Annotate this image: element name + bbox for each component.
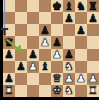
piece-white-pawn[interactable]: ♟ <box>52 49 62 60</box>
square-c1[interactable] <box>27 85 39 97</box>
square-d1[interactable] <box>39 85 51 97</box>
piece-black-pawn[interactable]: ♟ <box>88 12 98 23</box>
piece-white-pawn[interactable]: ♟ <box>64 73 74 84</box>
square-f7[interactable]: ♟ <box>63 12 75 24</box>
piece-black-pawn[interactable]: ♟ <box>40 24 50 35</box>
piece-white-pawn[interactable]: ♟ <box>40 36 50 47</box>
piece-black-bishop[interactable]: ♝ <box>40 61 50 72</box>
piece-black-pawn[interactable]: ♟ <box>28 49 38 60</box>
square-g8[interactable]: ♞ <box>75 0 87 12</box>
piece-white-knight[interactable]: ♞ <box>64 85 74 96</box>
square-f6[interactable] <box>63 24 75 36</box>
piece-black-rook[interactable]: ♜ <box>88 0 98 11</box>
square-d5[interactable]: ♟ <box>39 36 51 48</box>
square-a8[interactable] <box>3 0 15 12</box>
square-c6[interactable] <box>27 24 39 36</box>
piece-white-queen[interactable]: ♛ <box>52 73 62 84</box>
piece-black-pawn[interactable]: ♟ <box>64 49 74 60</box>
square-g4[interactable] <box>75 49 87 61</box>
piece-black-pawn[interactable]: ♟ <box>64 12 74 23</box>
piece-white-rook[interactable]: ♜ <box>4 85 14 96</box>
square-h7[interactable]: ♟ <box>87 12 99 24</box>
piece-white-knight[interactable]: ♞ <box>64 61 74 72</box>
square-e1[interactable]: ♚ <box>51 85 63 97</box>
piece-white-pawn[interactable]: ♟ <box>76 73 86 84</box>
square-d3[interactable]: ♝ <box>39 61 51 73</box>
square-h5[interactable] <box>87 36 99 48</box>
piece-black-pawn[interactable]: ♟ <box>16 61 26 72</box>
piece-black-pawn[interactable]: ♟ <box>4 73 14 84</box>
square-e4[interactable]: ♟ <box>51 49 63 61</box>
square-a1[interactable]: ♜ <box>3 85 15 97</box>
square-a7[interactable] <box>3 12 15 24</box>
square-b7[interactable] <box>15 12 27 24</box>
square-e8[interactable]: ♚ <box>51 0 63 12</box>
board-background: ♚♝♞♜♟♟♟♟♛♟♟♟♟♟♟♟♟♝♞♟♛♟♟♟♜♚♞♜ <box>0 0 99 100</box>
piece-black-queen[interactable]: ♛ <box>4 36 14 47</box>
square-b5[interactable] <box>15 36 27 48</box>
square-d2[interactable] <box>39 73 51 85</box>
square-b1[interactable] <box>15 85 27 97</box>
square-d8[interactable] <box>39 0 51 12</box>
square-g2[interactable]: ♟ <box>75 73 87 85</box>
piece-white-pawn[interactable]: ♟ <box>28 61 38 72</box>
square-f1[interactable]: ♞ <box>63 85 75 97</box>
piece-black-pawn[interactable]: ♟ <box>76 24 86 35</box>
square-b3[interactable]: ♟ <box>15 61 27 73</box>
square-b6[interactable] <box>15 24 27 36</box>
square-a4[interactable]: ♟ <box>3 49 15 61</box>
square-g1[interactable] <box>75 85 87 97</box>
square-b2[interactable] <box>15 73 27 85</box>
piece-black-bishop[interactable]: ♝ <box>64 0 74 11</box>
square-h6[interactable] <box>87 24 99 36</box>
square-c3[interactable]: ♟ <box>27 61 39 73</box>
piece-black-king[interactable]: ♚ <box>52 0 62 11</box>
square-c8[interactable] <box>27 0 39 12</box>
piece-white-king[interactable]: ♚ <box>52 85 62 96</box>
piece-white-rook[interactable]: ♜ <box>88 85 98 96</box>
square-h1[interactable]: ♜ <box>87 85 99 97</box>
piece-white-pawn[interactable]: ♟ <box>88 73 98 84</box>
square-b8[interactable] <box>15 0 27 12</box>
square-h4[interactable] <box>87 49 99 61</box>
square-c2[interactable] <box>27 73 39 85</box>
square-g6[interactable]: ♟ <box>75 24 87 36</box>
piece-black-knight[interactable]: ♞ <box>76 0 86 11</box>
square-e7[interactable] <box>51 12 63 24</box>
chess-board: ♚♝♞♜♟♟♟♟♛♟♟♟♟♟♟♟♟♝♞♟♛♟♟♟♜♚♞♜ <box>3 0 99 97</box>
piece-black-pawn[interactable]: ♟ <box>4 49 14 60</box>
piece-black-pawn[interactable]: ♟ <box>52 36 62 47</box>
square-c7[interactable] <box>27 12 39 24</box>
square-g5[interactable] <box>75 36 87 48</box>
